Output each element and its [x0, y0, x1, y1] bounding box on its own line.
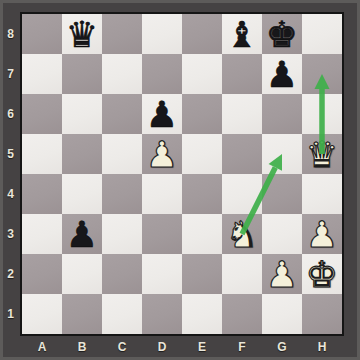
square-f8[interactable]: ♝: [222, 14, 262, 54]
square-f5[interactable]: [222, 134, 262, 174]
square-d1[interactable]: [142, 294, 182, 334]
square-e3[interactable]: [182, 214, 222, 254]
piece-black-king[interactable]: ♚: [262, 14, 302, 54]
square-e4[interactable]: [182, 174, 222, 214]
square-g8[interactable]: ♚: [262, 14, 302, 54]
square-e6[interactable]: [182, 94, 222, 134]
square-d3[interactable]: [142, 214, 182, 254]
square-a4[interactable]: [22, 174, 62, 214]
square-f7[interactable]: [222, 54, 262, 94]
piece-white-pawn[interactable]: ♟: [142, 134, 182, 174]
square-f1[interactable]: [222, 294, 262, 334]
piece-black-queen[interactable]: ♛: [62, 14, 102, 54]
piece-black-pawn[interactable]: ♟: [62, 214, 102, 254]
file-label-g: G: [262, 335, 302, 359]
file-label-f: F: [222, 335, 262, 359]
square-a2[interactable]: [22, 254, 62, 294]
piece-white-king[interactable]: ♚: [302, 254, 342, 294]
square-h8[interactable]: [302, 14, 342, 54]
chess-app-window: ♛♝♚♟♟♟♛♟♞♟♟♚ 12345678ABCDEFGH: [0, 0, 360, 360]
square-e8[interactable]: [182, 14, 222, 54]
square-a7[interactable]: [22, 54, 62, 94]
square-c1[interactable]: [102, 294, 142, 334]
piece-white-pawn[interactable]: ♟: [302, 214, 342, 254]
file-label-a: A: [22, 335, 62, 359]
rank-label-6: 6: [0, 94, 21, 134]
square-b2[interactable]: [62, 254, 102, 294]
file-label-c: C: [102, 335, 142, 359]
chess-board: ♛♝♚♟♟♟♛♟♞♟♟♚: [22, 14, 342, 334]
square-a5[interactable]: [22, 134, 62, 174]
square-a3[interactable]: [22, 214, 62, 254]
rank-label-8: 8: [0, 14, 21, 54]
rank-label-4: 4: [0, 174, 21, 214]
square-c8[interactable]: [102, 14, 142, 54]
square-b8[interactable]: ♛: [62, 14, 102, 54]
square-a6[interactable]: [22, 94, 62, 134]
square-d6[interactable]: ♟: [142, 94, 182, 134]
square-h6[interactable]: [302, 94, 342, 134]
square-c5[interactable]: [102, 134, 142, 174]
square-b3[interactable]: ♟: [62, 214, 102, 254]
square-h5[interactable]: ♛: [302, 134, 342, 174]
square-e7[interactable]: [182, 54, 222, 94]
square-g1[interactable]: [262, 294, 302, 334]
square-d7[interactable]: [142, 54, 182, 94]
square-b4[interactable]: [62, 174, 102, 214]
square-g4[interactable]: [262, 174, 302, 214]
piece-white-queen[interactable]: ♛: [302, 134, 342, 174]
rank-label-7: 7: [0, 54, 21, 94]
square-g6[interactable]: [262, 94, 302, 134]
square-h1[interactable]: [302, 294, 342, 334]
square-g3[interactable]: [262, 214, 302, 254]
piece-black-pawn[interactable]: ♟: [262, 54, 302, 94]
square-c3[interactable]: [102, 214, 142, 254]
rank-label-1: 1: [0, 294, 21, 334]
square-h2[interactable]: ♚: [302, 254, 342, 294]
square-d5[interactable]: ♟: [142, 134, 182, 174]
file-label-h: H: [302, 335, 342, 359]
square-c4[interactable]: [102, 174, 142, 214]
square-a8[interactable]: [22, 14, 62, 54]
square-f6[interactable]: [222, 94, 262, 134]
square-d8[interactable]: [142, 14, 182, 54]
square-e1[interactable]: [182, 294, 222, 334]
rank-label-3: 3: [0, 214, 21, 254]
rank-label-5: 5: [0, 134, 21, 174]
piece-white-pawn[interactable]: ♟: [262, 254, 302, 294]
square-b1[interactable]: [62, 294, 102, 334]
piece-white-knight[interactable]: ♞: [222, 214, 262, 254]
file-label-d: D: [142, 335, 182, 359]
rank-label-2: 2: [0, 254, 21, 294]
square-c7[interactable]: [102, 54, 142, 94]
square-c2[interactable]: [102, 254, 142, 294]
file-label-b: B: [62, 335, 102, 359]
square-d4[interactable]: [142, 174, 182, 214]
square-b6[interactable]: [62, 94, 102, 134]
square-h4[interactable]: [302, 174, 342, 214]
square-d2[interactable]: [142, 254, 182, 294]
square-c6[interactable]: [102, 94, 142, 134]
square-f4[interactable]: [222, 174, 262, 214]
piece-black-pawn[interactable]: ♟: [142, 94, 182, 134]
square-b7[interactable]: [62, 54, 102, 94]
square-b5[interactable]: [62, 134, 102, 174]
piece-black-bishop[interactable]: ♝: [222, 14, 262, 54]
square-g2[interactable]: ♟: [262, 254, 302, 294]
square-g5[interactable]: [262, 134, 302, 174]
square-h7[interactable]: [302, 54, 342, 94]
square-e2[interactable]: [182, 254, 222, 294]
square-f3[interactable]: ♞: [222, 214, 262, 254]
square-a1[interactable]: [22, 294, 62, 334]
square-e5[interactable]: [182, 134, 222, 174]
square-h3[interactable]: ♟: [302, 214, 342, 254]
square-g7[interactable]: ♟: [262, 54, 302, 94]
square-f2[interactable]: [222, 254, 262, 294]
file-label-e: E: [182, 335, 222, 359]
